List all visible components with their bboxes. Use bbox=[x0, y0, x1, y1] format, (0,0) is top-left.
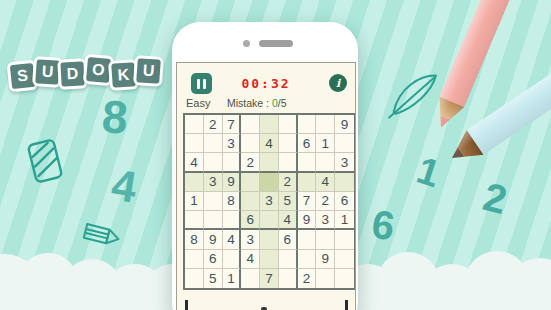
cell-r9c5[interactable]: 7 bbox=[260, 269, 279, 288]
cell-r1c1[interactable] bbox=[185, 115, 204, 134]
decor-number-2: 2 bbox=[479, 176, 510, 220]
cell-r9c4[interactable] bbox=[241, 269, 260, 288]
cell-r8c9[interactable] bbox=[335, 250, 354, 269]
cell-r8c3[interactable] bbox=[223, 250, 242, 269]
cell-r5c4[interactable] bbox=[241, 192, 260, 211]
decor-number-1: 1 bbox=[413, 151, 445, 194]
cell-r3c7[interactable] bbox=[298, 153, 317, 172]
cell-r6c4[interactable]: 6 bbox=[241, 211, 260, 230]
game-screen: 00:32 i Easy Mistake : 0/5 2793461423392… bbox=[176, 62, 356, 310]
cell-r9c8[interactable] bbox=[316, 269, 335, 288]
title-tile: U bbox=[133, 55, 164, 87]
cell-r4c4[interactable] bbox=[241, 173, 260, 192]
cell-r3c1[interactable]: 4 bbox=[185, 153, 204, 172]
cell-r9c3[interactable]: 1 bbox=[223, 269, 242, 288]
cell-r7c3[interactable]: 4 bbox=[223, 230, 242, 249]
cell-r6c7[interactable]: 9 bbox=[298, 211, 317, 230]
cell-r1c4[interactable] bbox=[241, 115, 260, 134]
blue-pencil-lead bbox=[444, 139, 470, 170]
cell-r7c4[interactable]: 3 bbox=[241, 230, 260, 249]
blue-pencil-wood bbox=[453, 130, 484, 164]
decor-number-4: 4 bbox=[109, 162, 140, 209]
title-letter: U bbox=[41, 63, 54, 82]
eraser-doodle-icon bbox=[23, 135, 67, 188]
cell-r3c6[interactable] bbox=[279, 153, 298, 172]
cell-r5c1[interactable]: 1 bbox=[185, 192, 204, 211]
cell-r6c3[interactable] bbox=[223, 211, 242, 230]
cell-r3c3[interactable] bbox=[223, 153, 242, 172]
cell-r3c2[interactable] bbox=[204, 153, 223, 172]
cell-r7c2[interactable]: 9 bbox=[204, 230, 223, 249]
cell-r2c7[interactable]: 6 bbox=[298, 134, 317, 153]
cell-r4c7[interactable] bbox=[298, 173, 317, 192]
cell-r4c6[interactable]: 2 bbox=[279, 173, 298, 192]
camera-dot-icon bbox=[243, 40, 250, 47]
promo-screenshot: { "game": "sudoku", "position": ".27....… bbox=[0, 0, 551, 310]
cell-r6c1[interactable] bbox=[185, 211, 204, 230]
cell-r6c8[interactable]: 3 bbox=[316, 211, 335, 230]
cell-r2c3[interactable]: 3 bbox=[223, 134, 242, 153]
cell-r1c5[interactable] bbox=[260, 115, 279, 134]
cell-r4c8[interactable]: 4 bbox=[316, 173, 335, 192]
numberpad-edge bbox=[345, 300, 348, 310]
cell-r8c5[interactable] bbox=[260, 250, 279, 269]
title-letter: K bbox=[117, 66, 130, 85]
pink-pencil-body bbox=[440, 0, 532, 107]
cell-r2c2[interactable] bbox=[204, 134, 223, 153]
cell-r1c7[interactable] bbox=[298, 115, 317, 134]
title-letter: U bbox=[142, 62, 155, 81]
cell-r5c8[interactable]: 2 bbox=[316, 192, 335, 211]
cell-r5c9[interactable]: 6 bbox=[335, 192, 354, 211]
feather-doodle-icon bbox=[382, 71, 444, 121]
cell-r5c2[interactable] bbox=[204, 192, 223, 211]
cell-r2c1[interactable] bbox=[185, 134, 204, 153]
cell-r8c2[interactable]: 6 bbox=[204, 250, 223, 269]
cell-r9c7[interactable]: 2 bbox=[298, 269, 317, 288]
difficulty-label: Easy bbox=[186, 97, 210, 109]
cell-r4c9[interactable] bbox=[335, 173, 354, 192]
cell-r1c9[interactable]: 9 bbox=[335, 115, 354, 134]
cell-r6c9[interactable]: 1 bbox=[335, 211, 354, 230]
title-letter: S bbox=[16, 66, 28, 85]
cell-r1c3[interactable]: 7 bbox=[223, 115, 242, 134]
cell-r7c7[interactable] bbox=[298, 230, 317, 249]
mistake-total: /5 bbox=[278, 97, 287, 109]
cell-r1c6[interactable] bbox=[279, 115, 298, 134]
cell-r6c2[interactable] bbox=[204, 211, 223, 230]
cell-r2c9[interactable] bbox=[335, 134, 354, 153]
title-letter: O bbox=[92, 60, 106, 79]
cell-r4c5[interactable] bbox=[260, 173, 279, 192]
cell-r9c1[interactable] bbox=[185, 269, 204, 288]
mistake-counter: Mistake : 0/5 bbox=[227, 97, 287, 109]
info-icon: i bbox=[336, 77, 340, 90]
cell-r2c5[interactable]: 4 bbox=[260, 134, 279, 153]
cell-r4c2[interactable]: 3 bbox=[204, 173, 223, 192]
cell-r3c9[interactable]: 3 bbox=[335, 153, 354, 172]
info-button[interactable]: i bbox=[329, 74, 347, 92]
cell-r9c6[interactable] bbox=[279, 269, 298, 288]
cell-r1c2[interactable]: 2 bbox=[204, 115, 223, 134]
numberpad-edge bbox=[185, 300, 188, 310]
cell-r6c5[interactable] bbox=[260, 211, 279, 230]
cell-r2c6[interactable] bbox=[279, 134, 298, 153]
cell-r5c5[interactable]: 3 bbox=[260, 192, 279, 211]
cell-r4c3[interactable]: 9 bbox=[223, 173, 242, 192]
cell-r9c2[interactable]: 5 bbox=[204, 269, 223, 288]
cell-r8c7[interactable] bbox=[298, 250, 317, 269]
cell-r7c6[interactable]: 6 bbox=[279, 230, 298, 249]
cell-r5c3[interactable]: 8 bbox=[223, 192, 242, 211]
cell-r8c1[interactable] bbox=[185, 250, 204, 269]
cell-r2c4[interactable] bbox=[241, 134, 260, 153]
speaker-bar-icon bbox=[259, 40, 293, 47]
cell-r7c9[interactable] bbox=[335, 230, 354, 249]
title-letter: D bbox=[66, 65, 78, 84]
cell-r5c6[interactable]: 5 bbox=[279, 192, 298, 211]
cell-r3c5[interactable] bbox=[260, 153, 279, 172]
cell-r7c8[interactable] bbox=[316, 230, 335, 249]
cell-r1c8[interactable] bbox=[316, 115, 335, 134]
cell-r3c4[interactable]: 2 bbox=[241, 153, 260, 172]
phone-mockup: 00:32 i Easy Mistake : 0/5 2793461423392… bbox=[172, 22, 358, 310]
cell-r7c1[interactable]: 8 bbox=[185, 230, 204, 249]
cell-r5c7[interactable]: 7 bbox=[298, 192, 317, 211]
decor-number-8: 8 bbox=[100, 93, 129, 141]
mistake-label: Mistake : bbox=[227, 97, 269, 109]
cell-r6c6[interactable]: 4 bbox=[279, 211, 298, 230]
cell-r2c8[interactable]: 1 bbox=[316, 134, 335, 153]
cell-r4c1[interactable] bbox=[185, 173, 204, 192]
cell-r3c8[interactable] bbox=[316, 153, 335, 172]
cell-r7c5[interactable] bbox=[260, 230, 279, 249]
cell-r8c8[interactable]: 9 bbox=[316, 250, 335, 269]
cell-r8c4[interactable]: 4 bbox=[241, 250, 260, 269]
sudoku-grid: 27934614233924183572664931894366495172 bbox=[183, 113, 356, 290]
cell-r8c6[interactable] bbox=[279, 250, 298, 269]
cell-r9c9[interactable] bbox=[335, 269, 354, 288]
